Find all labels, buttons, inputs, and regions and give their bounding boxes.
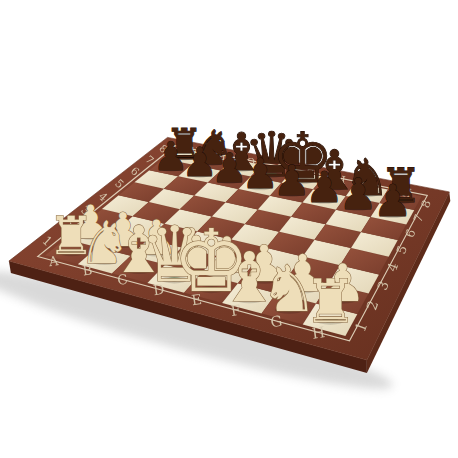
piece-white-rook-h1[interactable]: ♜ xyxy=(304,267,357,336)
piece-black-pawn-h7[interactable]: ♟ xyxy=(373,175,412,226)
chess-board: AABBCCDDEEFFGGHH1122334455667788♜♞♟♝♟♛♟♚… xyxy=(0,0,458,458)
piece-black-pawn-g7[interactable]: ♟ xyxy=(339,169,378,219)
photo-scene: AABBCCDDEEFFGGHH1122334455667788♜♞♟♝♟♛♟♚… xyxy=(0,0,458,458)
